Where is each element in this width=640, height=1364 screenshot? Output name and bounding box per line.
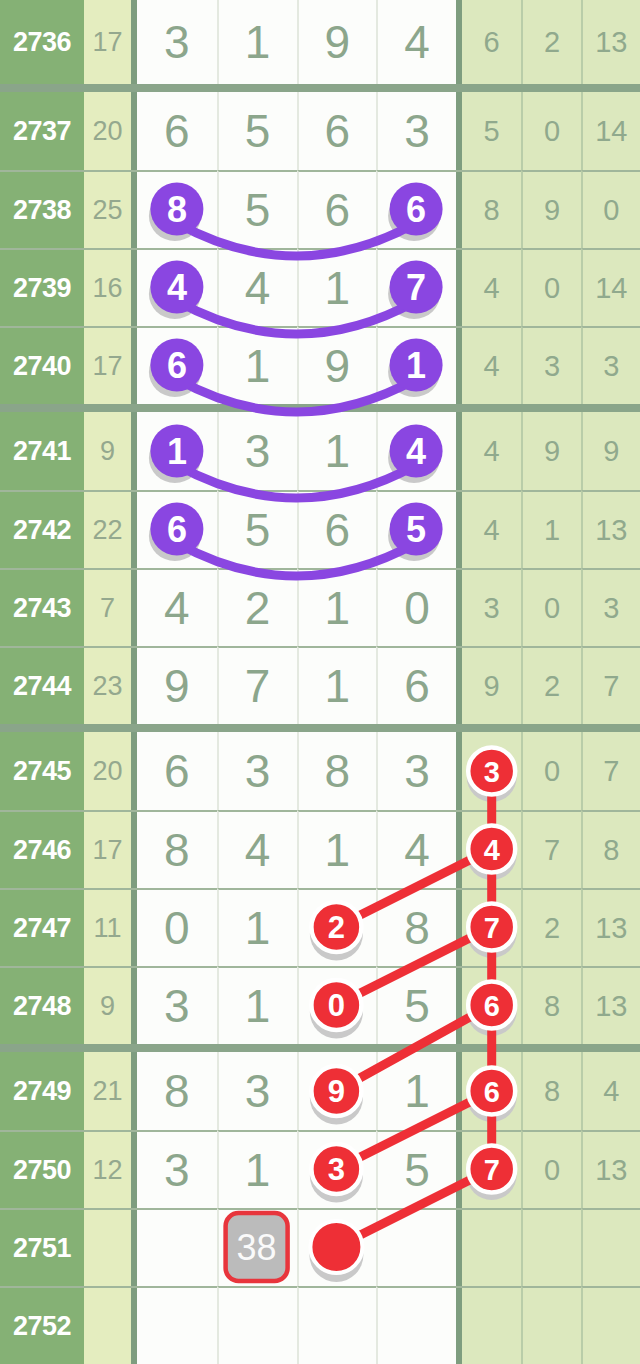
- digit-cell: [137, 170, 217, 248]
- digit-cell: [376, 1286, 456, 1364]
- digit-cell: [137, 1286, 217, 1364]
- sum-cell: [84, 1208, 131, 1286]
- period-cell: 2752: [0, 1286, 84, 1364]
- digit-cell: [297, 1052, 377, 1130]
- digit-cell: 3: [137, 1130, 217, 1208]
- digit-cell: [376, 490, 456, 568]
- trend-chart: 2736173194621327372065635014273825568902…: [0, 0, 640, 1364]
- period-cell: 2750: [0, 1130, 84, 1208]
- stat-cell: 4: [462, 326, 521, 404]
- digit-cell: [217, 1208, 297, 1286]
- stat-cell: 3: [521, 326, 580, 404]
- digit-cell: 5: [217, 170, 297, 248]
- digit-cell: 5: [376, 1130, 456, 1208]
- draw-row-2739: 273916414014: [0, 248, 640, 326]
- stat-cell: 4: [462, 490, 521, 568]
- stat-cell: 8: [521, 966, 580, 1044]
- digit-cell: [376, 1208, 456, 1286]
- digit-cell: 4: [137, 568, 217, 646]
- period-cell: 2741: [0, 412, 84, 490]
- draw-row-2741: 2741931499: [0, 412, 640, 490]
- digit-cell: 6: [137, 732, 217, 810]
- digit-cell: 8: [297, 732, 377, 810]
- draw-row-2750: 275012315013: [0, 1130, 640, 1208]
- digit-cell: 1: [217, 0, 297, 84]
- draw-row-2740: 27401719433: [0, 326, 640, 404]
- stat-cell: 4: [581, 1052, 640, 1130]
- digit-cell: [376, 170, 456, 248]
- stat-cell: 5: [462, 92, 521, 170]
- digit-cell: 1: [297, 412, 377, 490]
- digit-cell: 6: [137, 92, 217, 170]
- digit-cell: [297, 1130, 377, 1208]
- digit-cell: 5: [217, 92, 297, 170]
- digit-cell: 3: [376, 732, 456, 810]
- stat-cell: [581, 1286, 640, 1364]
- digit-cell: 3: [137, 966, 217, 1044]
- digit-cell: 1: [217, 966, 297, 1044]
- digit-cell: 7: [217, 646, 297, 724]
- trend-rows: 2736173194621327372065635014273825568902…: [0, 0, 640, 1364]
- stat-cell: [521, 1208, 580, 1286]
- stat-cell: [462, 732, 521, 810]
- group-separator: [0, 84, 640, 92]
- sum-cell: 22: [84, 490, 131, 568]
- stat-cell: 9: [521, 412, 580, 490]
- sum-cell: 20: [84, 732, 131, 810]
- digit-cell: [376, 326, 456, 404]
- stat-cell: [521, 1286, 580, 1364]
- period-cell: 2748: [0, 966, 84, 1044]
- digit-cell: 6: [376, 646, 456, 724]
- digit-cell: 3: [217, 1052, 297, 1130]
- digit-cell: 1: [297, 248, 377, 326]
- draw-row-2752: 2752: [0, 1286, 640, 1364]
- digit-cell: 9: [137, 646, 217, 724]
- digit-cell: 8: [137, 1052, 217, 1130]
- stat-cell: [462, 1208, 521, 1286]
- digit-cell: 1: [217, 1130, 297, 1208]
- stat-cell: 0: [521, 568, 580, 646]
- stat-cell: 8: [581, 810, 640, 888]
- draw-row-2745: 274520638307: [0, 732, 640, 810]
- draw-row-2748: 27489315813: [0, 966, 640, 1044]
- digit-cell: 3: [217, 732, 297, 810]
- draw-row-2743: 274374210303: [0, 568, 640, 646]
- stat-cell: [462, 1286, 521, 1364]
- digit-cell: 6: [297, 490, 377, 568]
- stat-cell: 7: [581, 732, 640, 810]
- sum-cell: 25: [84, 170, 131, 248]
- period-cell: 2742: [0, 490, 84, 568]
- stat-cell: 13: [581, 966, 640, 1044]
- sum-cell: [84, 1286, 131, 1364]
- draw-row-2749: 27492183184: [0, 1052, 640, 1130]
- digit-cell: 4: [217, 248, 297, 326]
- digit-cell: 2: [217, 568, 297, 646]
- digit-cell: 3: [217, 412, 297, 490]
- stat-cell: 0: [521, 1130, 580, 1208]
- stat-cell: [581, 1208, 640, 1286]
- digit-cell: 0: [137, 888, 217, 966]
- sum-cell: 12: [84, 1130, 131, 1208]
- stat-cell: 9: [581, 412, 640, 490]
- digit-cell: 4: [376, 0, 456, 84]
- digit-cell: [376, 248, 456, 326]
- group-separator: [0, 724, 640, 732]
- digit-cell: 4: [376, 810, 456, 888]
- draw-row-2737: 27372065635014: [0, 92, 640, 170]
- draw-row-2744: 2744239716927: [0, 646, 640, 724]
- draw-row-2747: 274711018213: [0, 888, 640, 966]
- period-cell: 2737: [0, 92, 84, 170]
- digit-cell: [137, 248, 217, 326]
- period-cell: 2747: [0, 888, 84, 966]
- digit-cell: 9: [297, 0, 377, 84]
- period-cell: 2751: [0, 1208, 84, 1286]
- digit-cell: 6: [297, 170, 377, 248]
- stat-cell: 7: [521, 810, 580, 888]
- sum-cell: 17: [84, 326, 131, 404]
- period-cell: 2749: [0, 1052, 84, 1130]
- stat-cell: 0: [521, 248, 580, 326]
- period-cell: 2744: [0, 646, 84, 724]
- period-cell: 2746: [0, 810, 84, 888]
- draw-row-2742: 274222564113: [0, 490, 640, 568]
- stat-cell: [462, 1130, 521, 1208]
- digit-cell: 5: [376, 966, 456, 1044]
- group-separator: [0, 1044, 640, 1052]
- digit-cell: [137, 326, 217, 404]
- digit-cell: 4: [217, 810, 297, 888]
- stat-cell: [462, 966, 521, 1044]
- sum-cell: 9: [84, 412, 131, 490]
- digit-cell: [137, 1208, 217, 1286]
- stat-cell: 0: [581, 170, 640, 248]
- sum-cell: 9: [84, 966, 131, 1044]
- digit-cell: 9: [297, 326, 377, 404]
- draw-row-2751: 2751: [0, 1208, 640, 1286]
- stat-cell: 3: [462, 568, 521, 646]
- stat-cell: 8: [462, 170, 521, 248]
- digit-cell: 8: [137, 810, 217, 888]
- stat-cell: 9: [521, 170, 580, 248]
- stat-cell: 14: [581, 92, 640, 170]
- period-cell: 2740: [0, 326, 84, 404]
- digit-cell: 5: [217, 490, 297, 568]
- digit-cell: [217, 1286, 297, 1364]
- digit-cell: 3: [376, 92, 456, 170]
- stat-cell: 0: [521, 92, 580, 170]
- stat-cell: 4: [462, 248, 521, 326]
- digit-cell: 1: [297, 810, 377, 888]
- digit-cell: [297, 888, 377, 966]
- digit-cell: 8: [376, 888, 456, 966]
- stat-cell: 1: [521, 490, 580, 568]
- digit-cell: 0: [376, 568, 456, 646]
- stat-cell: [462, 888, 521, 966]
- period-cell: 2738: [0, 170, 84, 248]
- period-cell: 2739: [0, 248, 84, 326]
- stat-cell: 4: [462, 412, 521, 490]
- period-cell: 2743: [0, 568, 84, 646]
- draw-row-2746: 274617841478: [0, 810, 640, 888]
- sum-cell: 21: [84, 1052, 131, 1130]
- period-cell: 2745: [0, 732, 84, 810]
- stat-cell: 13: [581, 0, 640, 84]
- sum-cell: 20: [84, 92, 131, 170]
- sum-cell: 16: [84, 248, 131, 326]
- digit-cell: [297, 966, 377, 1044]
- draw-row-2736: 27361731946213: [0, 0, 640, 84]
- digit-cell: [376, 412, 456, 490]
- stat-cell: 2: [521, 646, 580, 724]
- stat-cell: 14: [581, 248, 640, 326]
- sum-cell: 7: [84, 568, 131, 646]
- digit-cell: 1: [217, 888, 297, 966]
- stat-cell: 13: [581, 490, 640, 568]
- sum-cell: 11: [84, 888, 131, 966]
- stat-cell: 7: [581, 646, 640, 724]
- digit-cell: 1: [297, 568, 377, 646]
- draw-row-2738: 27382556890: [0, 170, 640, 248]
- period-cell: 2736: [0, 0, 84, 84]
- digit-cell: [137, 412, 217, 490]
- stat-cell: 6: [462, 0, 521, 84]
- stat-cell: 13: [581, 1130, 640, 1208]
- digit-cell: [137, 490, 217, 568]
- stat-cell: 8: [521, 1052, 580, 1130]
- digit-cell: [297, 1208, 377, 1286]
- stat-cell: 13: [581, 888, 640, 966]
- stat-cell: 2: [521, 888, 580, 966]
- stat-cell: 3: [581, 568, 640, 646]
- digit-cell: 1: [217, 326, 297, 404]
- sum-cell: 17: [84, 0, 131, 84]
- digit-cell: 1: [376, 1052, 456, 1130]
- digit-cell: [297, 1286, 377, 1364]
- stat-cell: 9: [462, 646, 521, 724]
- sum-cell: 23: [84, 646, 131, 724]
- group-separator: [0, 404, 640, 412]
- stat-cell: 2: [521, 0, 580, 84]
- stat-cell: 0: [521, 732, 580, 810]
- digit-cell: 1: [297, 646, 377, 724]
- digit-cell: 3: [137, 0, 217, 84]
- stat-cell: [462, 810, 521, 888]
- digit-cell: 6: [297, 92, 377, 170]
- stat-cell: [462, 1052, 521, 1130]
- stat-cell: 3: [581, 326, 640, 404]
- sum-cell: 17: [84, 810, 131, 888]
